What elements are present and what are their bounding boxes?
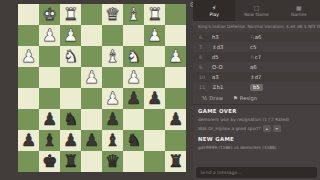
square-c3[interactable]: ♞ (123, 46, 144, 67)
square-d8[interactable]: ♛ (102, 151, 123, 172)
square-a8[interactable]: ♜ (165, 151, 186, 172)
piece-black-rook: ♜ (168, 151, 183, 172)
piece-black-pawn: ♟ (168, 109, 183, 130)
square-c4[interactable]: ♟ (123, 67, 144, 88)
good-sport-prompt: Was Dr_Hijinox a good sport? (198, 126, 261, 132)
square-g3[interactable] (39, 46, 60, 67)
move-number: 11. (199, 85, 212, 90)
piece-black-bishop: ♝ (105, 130, 120, 151)
tab-play[interactable]: ⚡Play (193, 0, 235, 21)
square-e5[interactable] (81, 88, 102, 109)
piece-black-king: ♚ (42, 151, 57, 172)
new-game-title: NEW GAME (198, 136, 315, 143)
square-h3[interactable]: ♟ (18, 46, 39, 67)
square-b8[interactable] (144, 151, 165, 172)
app-window: ♚♜♛♝♜♟♟♟♟♞♝♞♟♟♟♟♟♟♟♞♟♟♟♝♟♟♝♞♚♜♛♜ ⚙ ⚡Play… (0, 0, 320, 180)
square-c2[interactable] (123, 25, 144, 46)
move-row: 9.O-Oa6 (193, 62, 320, 72)
move-number: 7. (199, 45, 212, 50)
square-f6[interactable]: ♞ (60, 109, 81, 130)
white-move[interactable]: ♖b1 (212, 84, 250, 90)
square-b6[interactable] (144, 109, 165, 130)
square-e6[interactable] (81, 109, 102, 130)
square-d6[interactable]: ♟ (102, 109, 123, 130)
square-a5[interactable] (165, 88, 186, 109)
resign-label: Resign (240, 95, 257, 101)
panel-tabs: ⚡Play□New Game▦Games (193, 0, 320, 21)
thumbs-up-button[interactable]: ▴ (263, 125, 271, 132)
chat-input-container (196, 167, 317, 178)
square-h1[interactable] (18, 4, 39, 25)
square-g2[interactable]: ♟ (39, 25, 60, 46)
square-h6[interactable] (18, 109, 39, 130)
move-row: 10.a3♗d7 (193, 72, 320, 82)
piece-white-rook: ♜ (147, 4, 162, 25)
square-f4[interactable] (60, 67, 81, 88)
piece-black-pawn: ♟ (105, 109, 120, 130)
chess-board: ♚♜♛♝♜♟♟♟♟♞♝♞♟♟♟♟♟♟♟♞♟♟♟♝♟♟♝♞♚♜♛♜ (18, 4, 186, 172)
move-number: 8. (199, 55, 212, 60)
square-f3[interactable]: ♞ (60, 46, 81, 67)
piece-white-queen: ♛ (105, 4, 120, 25)
piece-white-knight: ♞ (63, 46, 78, 67)
square-d2[interactable] (102, 25, 123, 46)
square-g1[interactable]: ♚ (39, 4, 60, 25)
square-e1[interactable] (81, 4, 102, 25)
square-g5[interactable] (39, 88, 60, 109)
square-f8[interactable]: ♜ (60, 151, 81, 172)
white-move[interactable]: h3 (212, 34, 250, 40)
move-row: 8.d5♘c7 (193, 52, 320, 62)
square-f1[interactable]: ♜ (60, 4, 81, 25)
black-move[interactable]: ♗d7 (250, 74, 288, 80)
piece-black-bishop: ♝ (42, 130, 57, 151)
square-g7[interactable]: ♝ (39, 130, 60, 151)
piece-white-pawn: ♟ (21, 46, 36, 67)
piece-white-pawn: ♟ (105, 88, 120, 109)
tab-label: Play (209, 12, 218, 17)
move-row: 6.h3♘a6 (193, 32, 320, 42)
square-a3[interactable]: ♟ (165, 46, 186, 67)
black-move[interactable]: a6 (250, 64, 288, 70)
square-a4[interactable] (165, 67, 186, 88)
square-c1[interactable]: ♝ (123, 4, 144, 25)
piece-white-knight: ♞ (126, 46, 141, 67)
piece-white-bishop: ♝ (105, 46, 120, 67)
piece-black-pawn: ♟ (21, 130, 36, 151)
move-row: 7.♗d3c5 (193, 42, 320, 52)
square-c7[interactable]: ♞ (123, 130, 144, 151)
square-e8[interactable] (81, 151, 102, 172)
square-d5[interactable]: ♟ (102, 88, 123, 109)
square-e2[interactable] (81, 25, 102, 46)
board-icon: □ (254, 4, 260, 11)
game-result-text: demorero won by resignation (1 | 2 Rated… (198, 117, 315, 123)
square-b3[interactable] (144, 46, 165, 67)
piece-white-pawn: ♟ (126, 67, 141, 88)
flag-icon: ⚑ (233, 95, 238, 101)
square-d1[interactable]: ♛ (102, 4, 123, 25)
tab-label: Games (291, 12, 307, 17)
square-c6[interactable] (123, 109, 144, 130)
square-b7[interactable] (144, 130, 165, 151)
piece-white-king: ♚ (42, 4, 57, 25)
move-list: 6.h3♘a67.♗d3c58.d5♘c79.O-Oa610.a3♗d711.♖… (193, 32, 320, 92)
square-c8[interactable] (123, 151, 144, 172)
square-h5[interactable] (18, 88, 39, 109)
white-move[interactable]: a3 (212, 74, 250, 80)
game-actions: ½ Draw ⚑ Resign (193, 92, 320, 105)
square-d7[interactable]: ♝ (102, 130, 123, 151)
piece-black-knight: ♞ (63, 109, 78, 130)
game-over-section: GAME OVER demorero won by resignation (1… (193, 105, 320, 133)
grid-icon: ▦ (296, 4, 302, 11)
square-g6[interactable]: ♟ (39, 109, 60, 130)
piece-white-pawn: ♟ (168, 46, 183, 67)
piece-black-pawn: ♟ (63, 130, 78, 151)
half-point-icon: ½ (202, 95, 207, 101)
square-f2[interactable]: ♟ (60, 25, 81, 46)
square-b2[interactable]: ♟ (144, 25, 165, 46)
piece-white-pawn: ♟ (147, 25, 162, 46)
white-move[interactable]: ♗d3 (212, 44, 250, 50)
square-a1[interactable] (165, 4, 186, 25)
piece-white-rook: ♜ (63, 4, 78, 25)
current-move-highlight: b5 (250, 84, 263, 91)
square-e4[interactable]: ♟ (81, 67, 102, 88)
tab-games[interactable]: ▦Games (278, 0, 320, 21)
piece-black-knight: ♞ (126, 130, 141, 151)
piece-white-pawn: ♟ (63, 25, 78, 46)
square-g8[interactable]: ♚ (39, 151, 60, 172)
square-e3[interactable] (81, 46, 102, 67)
resign-button[interactable]: ⚑ Resign (233, 95, 257, 101)
square-e7[interactable]: ♟ (81, 130, 102, 151)
white-move[interactable]: O-O (212, 64, 250, 70)
black-move[interactable]: c5 (250, 44, 288, 50)
square-c5[interactable]: ♟ (123, 88, 144, 109)
piece-white-pawn: ♟ (42, 25, 57, 46)
square-b1[interactable]: ♜ (144, 4, 165, 25)
square-b5[interactable]: ♟ (144, 88, 165, 109)
draw-label: Draw (209, 95, 223, 101)
piece-black-pawn: ♟ (126, 88, 141, 109)
square-h4[interactable] (18, 67, 39, 88)
black-move[interactable]: b5 (250, 84, 288, 90)
piece-black-pawn: ♟ (147, 88, 162, 109)
lightning-icon: ⚡ (212, 4, 216, 11)
opening-name: King's Indian Defense: Normal Variation,… (193, 21, 320, 32)
piece-white-bishop: ♝ (126, 4, 141, 25)
square-f7[interactable]: ♟ (60, 130, 81, 151)
square-a2[interactable] (165, 25, 186, 46)
piece-black-pawn: ♟ (42, 109, 57, 130)
move-number: 6. (199, 35, 212, 40)
square-h7[interactable]: ♟ (18, 130, 39, 151)
white-move[interactable]: d5 (212, 54, 250, 60)
square-h8[interactable] (18, 151, 39, 172)
piece-white-pawn: ♟ (84, 67, 99, 88)
square-a6[interactable]: ♟ (165, 109, 186, 130)
square-a7[interactable] (165, 130, 186, 151)
thumbs-down-button[interactable]: ▾ (273, 125, 281, 132)
square-f5[interactable] (60, 88, 81, 109)
black-move[interactable]: ♘a6 (250, 34, 288, 40)
move-number: 10. (199, 75, 212, 80)
piece-black-rook: ♜ (63, 151, 78, 172)
draw-button[interactable]: ½ Draw (202, 95, 223, 101)
square-g4[interactable] (39, 67, 60, 88)
black-move[interactable]: ♘c7 (250, 54, 288, 60)
square-d4[interactable] (102, 67, 123, 88)
chat-input[interactable] (196, 170, 317, 175)
move-row: 11.♖b1b5 (193, 82, 320, 92)
new-game-section: NEW GAME gdk9999 (1586) vs demorero (158… (193, 133, 320, 152)
side-panel: ⚡Play□New Game▦Games King's Indian Defen… (193, 0, 320, 180)
square-h2[interactable] (18, 25, 39, 46)
square-b4[interactable] (144, 67, 165, 88)
piece-black-pawn: ♟ (84, 130, 99, 151)
move-number: 9. (199, 65, 212, 70)
tab-new-game[interactable]: □New Game (235, 0, 277, 21)
piece-black-queen: ♛ (105, 151, 120, 172)
tab-label: New Game (244, 12, 269, 17)
new-game-players: gdk9999 (1586) vs demorero (1588) (198, 145, 315, 151)
game-over-title: GAME OVER (198, 108, 315, 115)
square-d3[interactable]: ♝ (102, 46, 123, 67)
